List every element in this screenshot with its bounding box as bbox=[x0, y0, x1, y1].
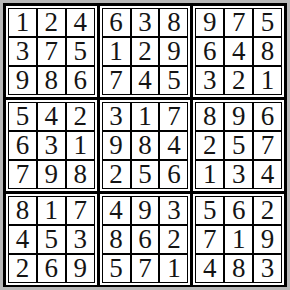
cell-r1c5: 3 bbox=[131, 8, 160, 37]
cell-r9c1: 2 bbox=[8, 254, 37, 283]
cell-r6c7: 1 bbox=[195, 160, 224, 189]
sudoku-box-1: 124375986 bbox=[6, 6, 97, 97]
cell-r9c4: 5 bbox=[102, 254, 131, 283]
cell-r9c7: 4 bbox=[195, 254, 224, 283]
cell-r3c1: 9 bbox=[8, 66, 37, 95]
cell-r1c3: 4 bbox=[66, 8, 95, 37]
cell-r5c4: 9 bbox=[102, 131, 131, 160]
cell-r1c1: 1 bbox=[8, 8, 37, 37]
cell-r4c1: 5 bbox=[8, 102, 37, 131]
cell-r7c9: 2 bbox=[253, 196, 282, 225]
cell-r9c2: 6 bbox=[37, 254, 66, 283]
cell-r3c3: 6 bbox=[66, 66, 95, 95]
cell-r7c4: 4 bbox=[102, 196, 131, 225]
cell-r1c9: 5 bbox=[253, 8, 282, 37]
cell-r6c3: 8 bbox=[66, 160, 95, 189]
cell-r7c6: 3 bbox=[159, 196, 188, 225]
cell-r6c2: 9 bbox=[37, 160, 66, 189]
sudoku-box-5: 317984256 bbox=[100, 100, 191, 191]
cell-r7c8: 6 bbox=[224, 196, 253, 225]
cell-r4c5: 1 bbox=[131, 102, 160, 131]
cell-r5c7: 2 bbox=[195, 131, 224, 160]
cell-r7c2: 1 bbox=[37, 196, 66, 225]
cell-r4c2: 4 bbox=[37, 102, 66, 131]
cell-r4c9: 6 bbox=[253, 102, 282, 131]
cell-r7c7: 5 bbox=[195, 196, 224, 225]
cell-r7c3: 7 bbox=[66, 196, 95, 225]
cell-r8c2: 5 bbox=[37, 225, 66, 254]
cell-r9c9: 3 bbox=[253, 254, 282, 283]
cell-r2c8: 4 bbox=[224, 37, 253, 66]
cell-r6c8: 3 bbox=[224, 160, 253, 189]
cell-r9c6: 1 bbox=[159, 254, 188, 283]
sudoku-board: 124375986 638129745 975648321 542631798 … bbox=[3, 3, 287, 287]
cell-r8c8: 1 bbox=[224, 225, 253, 254]
cell-r4c3: 2 bbox=[66, 102, 95, 131]
cell-r3c6: 5 bbox=[159, 66, 188, 95]
cell-r5c6: 4 bbox=[159, 131, 188, 160]
sudoku-box-3: 975648321 bbox=[193, 6, 284, 97]
cell-r8c9: 9 bbox=[253, 225, 282, 254]
cell-r3c8: 2 bbox=[224, 66, 253, 95]
cell-r2c6: 9 bbox=[159, 37, 188, 66]
cell-r8c3: 3 bbox=[66, 225, 95, 254]
cell-r1c2: 2 bbox=[37, 8, 66, 37]
cell-r4c4: 3 bbox=[102, 102, 131, 131]
cell-r5c9: 7 bbox=[253, 131, 282, 160]
cell-r8c7: 7 bbox=[195, 225, 224, 254]
cell-r8c5: 6 bbox=[131, 225, 160, 254]
cell-r2c9: 8 bbox=[253, 37, 282, 66]
cell-r3c4: 7 bbox=[102, 66, 131, 95]
sudoku-box-4: 542631798 bbox=[6, 100, 97, 191]
outer-frame: 124375986 638129745 975648321 542631798 … bbox=[0, 0, 290, 290]
cell-r6c1: 7 bbox=[8, 160, 37, 189]
cell-r7c1: 8 bbox=[8, 196, 37, 225]
cell-r4c6: 7 bbox=[159, 102, 188, 131]
cell-r9c3: 9 bbox=[66, 254, 95, 283]
sudoku-box-9: 562719483 bbox=[193, 194, 284, 285]
cell-r4c8: 9 bbox=[224, 102, 253, 131]
cell-r1c7: 9 bbox=[195, 8, 224, 37]
cell-r8c1: 4 bbox=[8, 225, 37, 254]
cell-r3c5: 4 bbox=[131, 66, 160, 95]
sudoku-box-7: 817453269 bbox=[6, 194, 97, 285]
sudoku-box-6: 896257134 bbox=[193, 100, 284, 191]
cell-r5c3: 1 bbox=[66, 131, 95, 160]
cell-r2c2: 7 bbox=[37, 37, 66, 66]
cell-r2c4: 1 bbox=[102, 37, 131, 66]
cell-r3c7: 3 bbox=[195, 66, 224, 95]
cell-r1c6: 8 bbox=[159, 8, 188, 37]
cell-r8c6: 2 bbox=[159, 225, 188, 254]
cell-r1c8: 7 bbox=[224, 8, 253, 37]
cell-r5c2: 3 bbox=[37, 131, 66, 160]
cell-r2c5: 2 bbox=[131, 37, 160, 66]
cell-r1c4: 6 bbox=[102, 8, 131, 37]
sudoku-box-8: 493862571 bbox=[100, 194, 191, 285]
cell-r5c5: 8 bbox=[131, 131, 160, 160]
cell-r5c8: 5 bbox=[224, 131, 253, 160]
cell-r9c5: 7 bbox=[131, 254, 160, 283]
cell-r3c2: 8 bbox=[37, 66, 66, 95]
cell-r4c7: 8 bbox=[195, 102, 224, 131]
cell-r6c5: 5 bbox=[131, 160, 160, 189]
cell-r9c8: 8 bbox=[224, 254, 253, 283]
cell-r6c9: 4 bbox=[253, 160, 282, 189]
cell-r2c7: 6 bbox=[195, 37, 224, 66]
cell-r5c1: 6 bbox=[8, 131, 37, 160]
sudoku-box-2: 638129745 bbox=[100, 6, 191, 97]
cell-r2c3: 5 bbox=[66, 37, 95, 66]
cell-r2c1: 3 bbox=[8, 37, 37, 66]
cell-r3c9: 1 bbox=[253, 66, 282, 95]
cell-r6c6: 6 bbox=[159, 160, 188, 189]
cell-r8c4: 8 bbox=[102, 225, 131, 254]
cell-r6c4: 2 bbox=[102, 160, 131, 189]
cell-r7c5: 9 bbox=[131, 196, 160, 225]
